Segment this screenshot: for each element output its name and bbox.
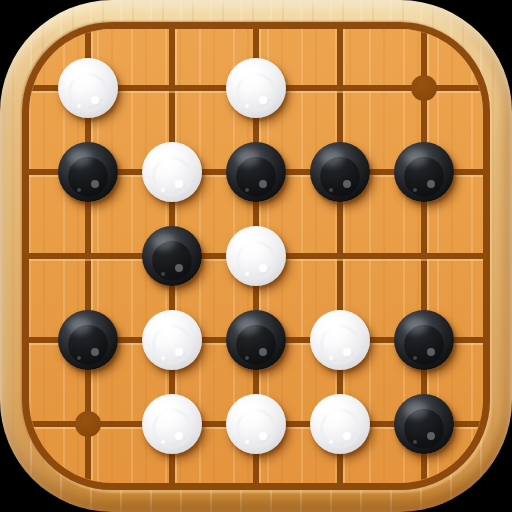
stone-black[interactable]: ● [394, 142, 454, 202]
stone-black[interactable]: ● [142, 226, 202, 286]
black-stone-glyph: ● [233, 310, 278, 370]
stone-black[interactable]: ● [394, 310, 454, 370]
stones-layer: ○○●○●●●●○●○●○●○○○● [0, 0, 512, 512]
stone-black[interactable]: ● [58, 142, 118, 202]
black-stone-glyph: ● [65, 310, 110, 370]
stone-black[interactable]: ● [394, 394, 454, 454]
stone-white[interactable]: ○ [310, 394, 370, 454]
black-stone-glyph: ● [401, 394, 446, 454]
black-stone-glyph: ● [233, 142, 278, 202]
stone-white[interactable]: ○ [142, 142, 202, 202]
white-stone-glyph: ○ [233, 58, 278, 118]
white-stone-glyph: ○ [233, 226, 278, 286]
stone-black[interactable]: ● [226, 142, 286, 202]
white-stone-glyph: ○ [317, 394, 362, 454]
white-stone-glyph: ○ [149, 310, 194, 370]
white-stone-glyph: ○ [149, 394, 194, 454]
stone-white[interactable]: ○ [226, 58, 286, 118]
stone-black[interactable]: ● [58, 310, 118, 370]
white-stone-glyph: ○ [233, 394, 278, 454]
stone-white[interactable]: ○ [142, 310, 202, 370]
white-stone-glyph: ○ [65, 58, 110, 118]
stone-white[interactable]: ○ [142, 394, 202, 454]
black-stone-glyph: ● [317, 142, 362, 202]
stone-black[interactable]: ● [226, 310, 286, 370]
black-stone-glyph: ● [65, 142, 110, 202]
stone-black[interactable]: ● [310, 142, 370, 202]
stone-white[interactable]: ○ [58, 58, 118, 118]
black-stone-glyph: ● [401, 142, 446, 202]
go-app-icon[interactable]: ○○●○●●●●○●○●○●○○○● [0, 0, 512, 512]
black-stone-glyph: ● [401, 310, 446, 370]
stone-white[interactable]: ○ [226, 394, 286, 454]
stone-white[interactable]: ○ [226, 226, 286, 286]
black-stone-glyph: ● [149, 226, 194, 286]
white-stone-glyph: ○ [149, 142, 194, 202]
stone-white[interactable]: ○ [310, 310, 370, 370]
screenshot-canvas: ○○●○●●●●○●○●○●○○○● [0, 0, 512, 512]
white-stone-glyph: ○ [317, 310, 362, 370]
